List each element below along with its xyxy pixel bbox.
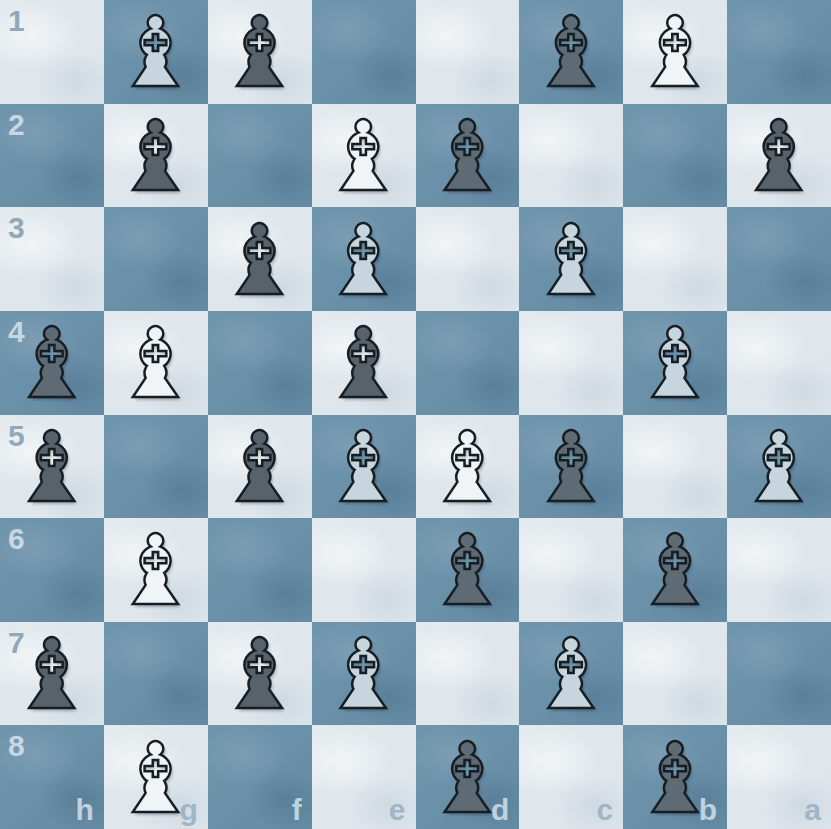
square-d7[interactable] (416, 622, 520, 726)
white-bishop-icon[interactable]: ♝ (104, 518, 208, 622)
square-c3[interactable]: ♝ (519, 207, 623, 311)
square-b1[interactable]: ♝ (623, 0, 727, 104)
square-h6[interactable]: 6 (0, 518, 104, 622)
rank-label-3: 3 (8, 213, 25, 243)
square-h4[interactable]: 4♝ (0, 311, 104, 415)
square-f1[interactable]: ♝ (208, 0, 312, 104)
black-bishop-icon[interactable]: ♝ (208, 415, 312, 519)
rank-label-6: 6 (8, 524, 25, 554)
white-bishop-icon[interactable]: ♝ (104, 0, 208, 104)
square-b2[interactable] (623, 104, 727, 208)
white-bishop-icon[interactable]: ♝ (312, 415, 416, 519)
square-f2[interactable] (208, 104, 312, 208)
white-bishop-icon[interactable]: ♝ (623, 311, 727, 415)
square-f6[interactable] (208, 518, 312, 622)
square-g2[interactable]: ♝ (104, 104, 208, 208)
chess-app: 1♝♝♝♝2♝♝♝♝3♝♝♝4♝♝♝♝5♝♝♝♝♝♝6♝♝♝7♝♝♝♝8hg♝f… (0, 0, 831, 829)
white-bishop-icon[interactable]: ♝ (312, 622, 416, 726)
file-label-h: h (76, 795, 94, 825)
file-label-c: c (597, 795, 614, 825)
square-d6[interactable]: ♝ (416, 518, 520, 622)
square-b8[interactable]: b♝ (623, 725, 727, 829)
black-bishop-icon[interactable]: ♝ (623, 518, 727, 622)
square-e2[interactable]: ♝ (312, 104, 416, 208)
square-e3[interactable]: ♝ (312, 207, 416, 311)
black-bishop-icon[interactable]: ♝ (416, 104, 520, 208)
black-bishop-icon[interactable]: ♝ (0, 311, 104, 415)
square-a5[interactable]: ♝ (727, 415, 831, 519)
black-bishop-icon[interactable]: ♝ (416, 518, 520, 622)
square-d2[interactable]: ♝ (416, 104, 520, 208)
black-bishop-icon[interactable]: ♝ (416, 725, 520, 829)
square-h1[interactable]: 1 (0, 0, 104, 104)
white-bishop-icon[interactable]: ♝ (104, 311, 208, 415)
black-bishop-icon[interactable]: ♝ (727, 104, 831, 208)
square-h8[interactable]: 8h (0, 725, 104, 829)
white-bishop-icon[interactable]: ♝ (104, 725, 208, 829)
square-h5[interactable]: 5♝ (0, 415, 104, 519)
rank-label-2: 2 (8, 110, 25, 140)
square-g8[interactable]: g♝ (104, 725, 208, 829)
black-bishop-icon[interactable]: ♝ (519, 0, 623, 104)
white-bishop-icon[interactable]: ♝ (727, 415, 831, 519)
file-label-e: e (389, 795, 406, 825)
black-bishop-icon[interactable]: ♝ (208, 0, 312, 104)
white-bishop-icon[interactable]: ♝ (519, 622, 623, 726)
white-bishop-icon[interactable]: ♝ (623, 0, 727, 104)
square-g7[interactable] (104, 622, 208, 726)
square-a4[interactable] (727, 311, 831, 415)
square-g6[interactable]: ♝ (104, 518, 208, 622)
square-d1[interactable] (416, 0, 520, 104)
chess-board: 1♝♝♝♝2♝♝♝♝3♝♝♝4♝♝♝♝5♝♝♝♝♝♝6♝♝♝7♝♝♝♝8hg♝f… (0, 0, 831, 829)
square-h3[interactable]: 3 (0, 207, 104, 311)
square-c8[interactable]: c (519, 725, 623, 829)
square-d8[interactable]: d♝ (416, 725, 520, 829)
black-bishop-icon[interactable]: ♝ (208, 622, 312, 726)
square-c2[interactable] (519, 104, 623, 208)
square-c1[interactable]: ♝ (519, 0, 623, 104)
black-bishop-icon[interactable]: ♝ (0, 415, 104, 519)
rank-label-1: 1 (8, 6, 25, 36)
rank-label-8: 8 (8, 731, 25, 761)
square-e1[interactable] (312, 0, 416, 104)
square-f5[interactable]: ♝ (208, 415, 312, 519)
square-b5[interactable] (623, 415, 727, 519)
white-bishop-icon[interactable]: ♝ (312, 207, 416, 311)
square-e8[interactable]: e (312, 725, 416, 829)
black-bishop-icon[interactable]: ♝ (0, 622, 104, 726)
square-h7[interactable]: 7♝ (0, 622, 104, 726)
square-g1[interactable]: ♝ (104, 0, 208, 104)
square-e4[interactable]: ♝ (312, 311, 416, 415)
square-g3[interactable] (104, 207, 208, 311)
file-label-f: f (292, 795, 302, 825)
square-a2[interactable]: ♝ (727, 104, 831, 208)
white-bishop-icon[interactable]: ♝ (519, 207, 623, 311)
square-c6[interactable] (519, 518, 623, 622)
square-a1[interactable] (727, 0, 831, 104)
file-label-a: a (804, 795, 821, 825)
square-g5[interactable] (104, 415, 208, 519)
black-bishop-icon[interactable]: ♝ (208, 207, 312, 311)
square-f3[interactable]: ♝ (208, 207, 312, 311)
square-b6[interactable]: ♝ (623, 518, 727, 622)
square-e6[interactable] (312, 518, 416, 622)
square-e5[interactable]: ♝ (312, 415, 416, 519)
square-d3[interactable] (416, 207, 520, 311)
square-b4[interactable]: ♝ (623, 311, 727, 415)
square-g4[interactable]: ♝ (104, 311, 208, 415)
square-c4[interactable] (519, 311, 623, 415)
square-a8[interactable]: a (727, 725, 831, 829)
square-b3[interactable] (623, 207, 727, 311)
square-f4[interactable] (208, 311, 312, 415)
square-a6[interactable] (727, 518, 831, 622)
square-f7[interactable]: ♝ (208, 622, 312, 726)
black-bishop-icon[interactable]: ♝ (104, 104, 208, 208)
square-f8[interactable]: f (208, 725, 312, 829)
square-d5[interactable]: ♝ (416, 415, 520, 519)
black-bishop-icon[interactable]: ♝ (623, 725, 727, 829)
square-a7[interactable] (727, 622, 831, 726)
square-b7[interactable] (623, 622, 727, 726)
square-h2[interactable]: 2 (0, 104, 104, 208)
square-c7[interactable]: ♝ (519, 622, 623, 726)
black-bishop-icon[interactable]: ♝ (519, 415, 623, 519)
square-d4[interactable] (416, 311, 520, 415)
square-c5[interactable]: ♝ (519, 415, 623, 519)
white-bishop-icon[interactable]: ♝ (312, 104, 416, 208)
square-a3[interactable] (727, 207, 831, 311)
black-bishop-icon[interactable]: ♝ (312, 311, 416, 415)
square-e7[interactable]: ♝ (312, 622, 416, 726)
white-bishop-icon[interactable]: ♝ (416, 415, 520, 519)
